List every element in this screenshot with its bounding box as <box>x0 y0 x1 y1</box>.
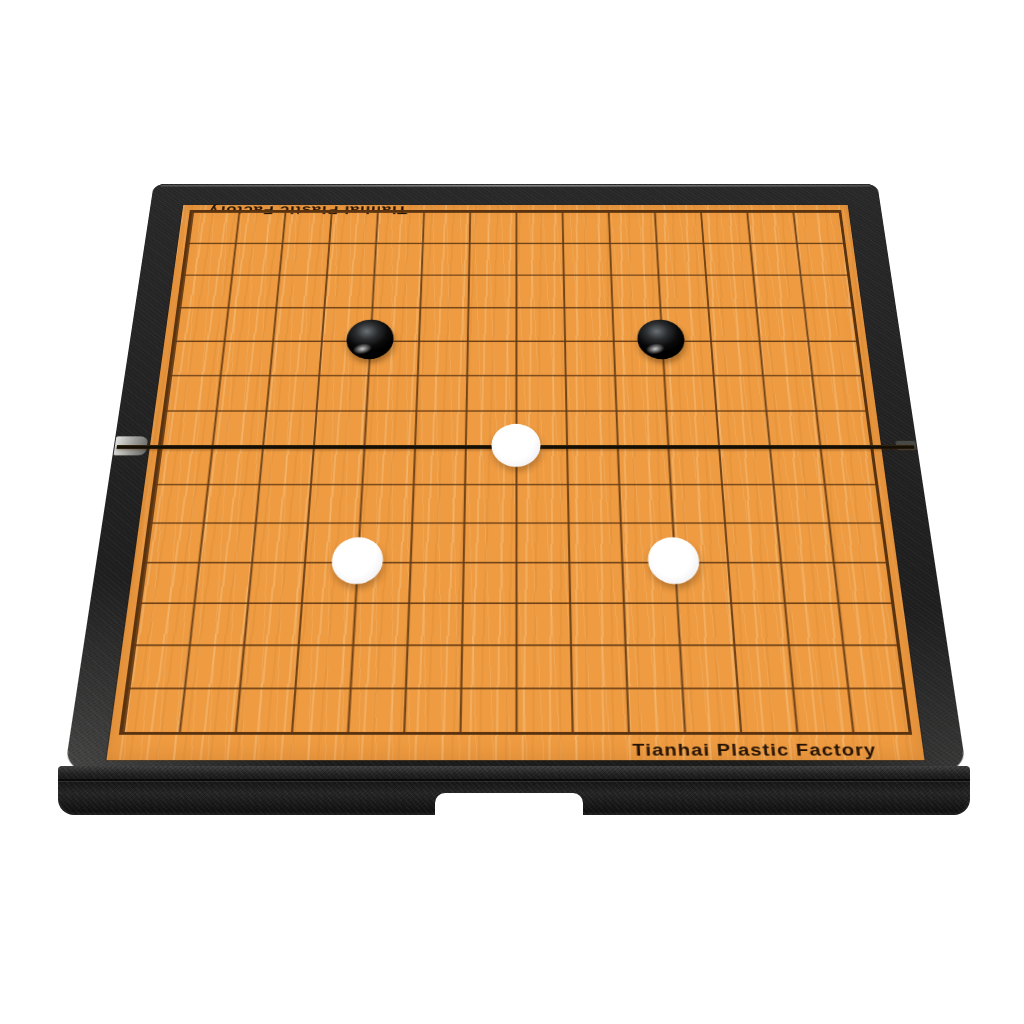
white-stone[interactable] <box>491 424 540 467</box>
white-stone[interactable] <box>647 537 701 584</box>
black-stone[interactable] <box>637 320 686 360</box>
brand-label-bottom: Tianhai Plastic Factory <box>632 741 878 760</box>
black-stone[interactable] <box>345 320 394 360</box>
white-stone[interactable] <box>330 537 384 584</box>
product-photo-scene: Tianhai Plastic Factory Tianhai Plastic … <box>0 0 1024 1024</box>
go-board-case: Tianhai Plastic Factory Tianhai Plastic … <box>64 184 966 773</box>
board-grid[interactable] <box>119 210 912 735</box>
board-paper: Tianhai Plastic Factory Tianhai Plastic … <box>106 205 924 760</box>
thumb-notch <box>435 793 583 820</box>
case-shell-seam <box>58 779 970 781</box>
